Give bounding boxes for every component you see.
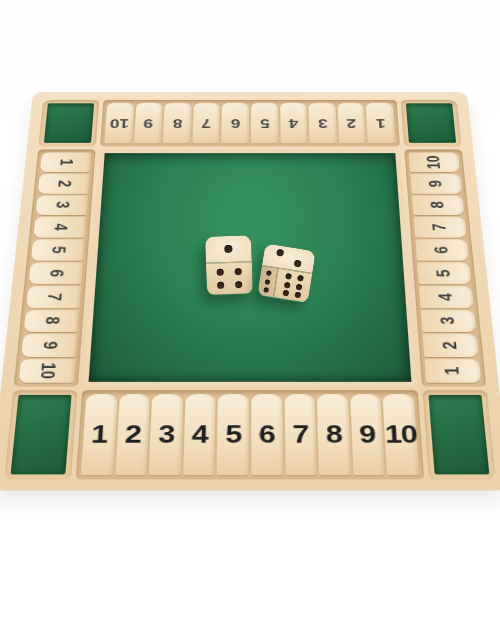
- tile-top-4[interactable]: 4: [280, 103, 308, 144]
- tile-number: 4: [51, 224, 69, 231]
- tile-number: 2: [441, 342, 460, 350]
- die-pip: [285, 273, 292, 280]
- tile-number: 9: [143, 117, 153, 129]
- tile-bottom-4[interactable]: 4: [183, 394, 216, 475]
- die-pip: [294, 291, 301, 298]
- die-pip: [284, 281, 291, 288]
- tile-bottom-6[interactable]: 6: [251, 394, 283, 475]
- die-pip: [297, 275, 304, 282]
- tile-number: 4: [437, 293, 455, 301]
- tile-right-1[interactable]: 1: [425, 359, 482, 383]
- tile-bottom-9[interactable]: 9: [350, 394, 385, 475]
- tile-right-5[interactable]: 5: [417, 262, 471, 284]
- die-pip: [293, 260, 301, 268]
- tile-number: 9: [40, 342, 59, 350]
- tile-number: 8: [42, 317, 61, 325]
- die-pip: [263, 287, 269, 293]
- tile-number: 3: [53, 202, 71, 209]
- tile-number: 5: [435, 269, 453, 276]
- die-pip: [235, 281, 242, 288]
- die-pip: [224, 245, 232, 253]
- tile-number: 3: [318, 117, 328, 129]
- tile-left-9[interactable]: 9: [21, 334, 77, 357]
- tile-number: 5: [260, 117, 270, 129]
- corner-tray-top-right: [401, 100, 462, 147]
- tile-number: 1: [375, 117, 385, 129]
- tile-number: 2: [124, 421, 141, 446]
- tile-number: 4: [192, 421, 208, 446]
- shut-the-box-photo: 10987654321 12345678910 10987654321 1234…: [0, 0, 500, 641]
- rack-left: 12345678910: [14, 149, 96, 386]
- tile-number: 3: [158, 421, 175, 446]
- die-pip: [266, 270, 272, 276]
- tile-right-10[interactable]: 10: [409, 152, 460, 172]
- tile-number: 10: [109, 117, 129, 129]
- tile-right-6[interactable]: 6: [415, 239, 469, 260]
- corner-tray-top-left: [38, 100, 99, 147]
- die-pip: [283, 289, 290, 296]
- corner-felt-patch: [44, 103, 94, 142]
- tile-number: 5: [225, 421, 241, 446]
- die-2[interactable]: [257, 243, 316, 303]
- tile-number: 6: [47, 269, 65, 276]
- tile-right-4[interactable]: 4: [419, 286, 474, 308]
- tile-number: 6: [259, 421, 275, 446]
- corner-felt-patch: [406, 103, 456, 142]
- die-pip: [277, 248, 285, 256]
- corner-tray-bottom-right: [422, 390, 496, 479]
- tile-left-2[interactable]: 2: [38, 174, 90, 194]
- tile-number: 1: [443, 367, 462, 375]
- tile-right-2[interactable]: 2: [423, 334, 479, 357]
- die-pip: [265, 279, 271, 285]
- tile-left-7[interactable]: 7: [26, 286, 81, 308]
- die-pip: [217, 282, 224, 289]
- tile-number: 9: [427, 180, 444, 187]
- die-2-front-face: [274, 269, 312, 303]
- tile-number: 10: [37, 363, 57, 379]
- tile-top-6[interactable]: 6: [222, 103, 249, 144]
- tile-left-10[interactable]: 10: [19, 359, 76, 383]
- tile-number: 10: [425, 155, 443, 168]
- tile-bottom-3[interactable]: 3: [149, 394, 183, 475]
- tile-left-4[interactable]: 4: [33, 217, 86, 238]
- tile-number: 7: [431, 224, 449, 231]
- tile-left-3[interactable]: 3: [36, 195, 89, 215]
- die-pip: [235, 268, 242, 275]
- die-pip: [295, 283, 302, 290]
- tile-number: 1: [57, 159, 74, 166]
- tile-number: 10: [384, 421, 417, 446]
- tile-top-2[interactable]: 2: [337, 103, 366, 144]
- tile-number: 6: [433, 246, 451, 253]
- tile-top-8[interactable]: 8: [163, 103, 191, 144]
- tile-bottom-7[interactable]: 7: [284, 394, 317, 475]
- tile-number: 8: [325, 421, 342, 446]
- tile-left-1[interactable]: 1: [40, 152, 91, 172]
- tile-number: 8: [172, 117, 182, 129]
- rack-right: 10987654321: [404, 149, 486, 386]
- tile-right-7[interactable]: 7: [414, 217, 467, 238]
- tile-left-5[interactable]: 5: [31, 239, 85, 260]
- die-1[interactable]: [205, 235, 253, 296]
- tile-bottom-1[interactable]: 1: [81, 394, 117, 475]
- tile-number: 5: [49, 246, 67, 253]
- die-pip: [216, 269, 223, 276]
- tile-number: 9: [359, 421, 376, 446]
- tile-top-10[interactable]: 10: [104, 103, 134, 144]
- tile-number: 2: [55, 180, 72, 187]
- tile-number: 4: [289, 117, 299, 129]
- tile-right-3[interactable]: 3: [421, 310, 477, 333]
- tile-number: 6: [231, 117, 241, 129]
- tile-top-3[interactable]: 3: [308, 103, 336, 144]
- tile-number: 7: [201, 117, 211, 129]
- tile-bottom-8[interactable]: 8: [317, 394, 351, 475]
- tile-top-9[interactable]: 9: [134, 103, 163, 144]
- tile-top-5[interactable]: 5: [251, 103, 278, 144]
- die-1-front-face: [206, 262, 253, 295]
- tile-number: 7: [292, 421, 308, 446]
- tile-number: 8: [429, 202, 447, 209]
- tile-number: 3: [439, 317, 458, 325]
- rack-top: 10987654321: [100, 100, 400, 147]
- tile-top-7[interactable]: 7: [192, 103, 220, 144]
- corner-felt-patch: [11, 395, 72, 475]
- tile-left-6[interactable]: 6: [29, 262, 83, 284]
- tile-bottom-2[interactable]: 2: [115, 394, 150, 475]
- tile-number: 1: [91, 421, 108, 446]
- tile-right-8[interactable]: 8: [412, 195, 465, 215]
- rack-bottom: 12345678910: [76, 390, 425, 479]
- tile-bottom-10[interactable]: 10: [383, 394, 419, 475]
- tile-top-1[interactable]: 1: [366, 103, 396, 144]
- tile-left-8[interactable]: 8: [24, 310, 80, 333]
- tile-right-9[interactable]: 9: [410, 174, 462, 194]
- corner-tray-bottom-left: [4, 390, 78, 479]
- tile-number: 7: [45, 293, 63, 301]
- die-1-top-face: [205, 235, 252, 264]
- tile-number: 2: [346, 117, 356, 129]
- corner-felt-patch: [428, 395, 489, 475]
- tile-bottom-5[interactable]: 5: [217, 394, 249, 475]
